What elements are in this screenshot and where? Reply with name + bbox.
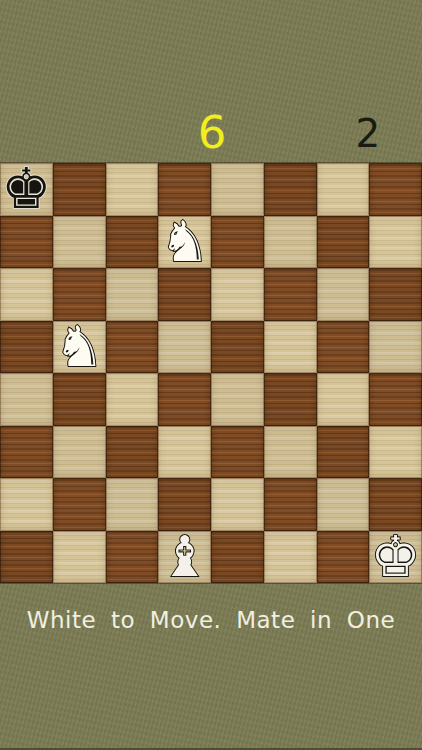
square-d2[interactable] [158, 478, 211, 531]
square-a7[interactable] [0, 216, 53, 269]
square-e6[interactable] [211, 268, 264, 321]
square-g8[interactable] [317, 163, 370, 216]
square-e3[interactable] [211, 426, 264, 479]
square-a2[interactable] [0, 478, 53, 531]
square-h5[interactable] [369, 321, 422, 374]
square-f6[interactable] [264, 268, 317, 321]
black-king[interactable]: ♚ [0, 163, 53, 216]
square-a1[interactable] [0, 531, 53, 584]
square-g4[interactable] [317, 373, 370, 426]
white-bishop[interactable]: ♝ [158, 531, 211, 584]
square-b8[interactable] [53, 163, 106, 216]
square-a3[interactable] [0, 426, 53, 479]
square-h8[interactable] [369, 163, 422, 216]
square-b2[interactable] [53, 478, 106, 531]
square-a4[interactable] [0, 373, 53, 426]
square-c5[interactable] [106, 321, 159, 374]
square-b1[interactable] [53, 531, 106, 584]
square-h4[interactable] [369, 373, 422, 426]
square-b5[interactable]: ♞ [53, 321, 106, 374]
square-d3[interactable] [158, 426, 211, 479]
square-e8[interactable] [211, 163, 264, 216]
square-e1[interactable] [211, 531, 264, 584]
chess-board: ♚♞♞♝♚ [0, 163, 422, 583]
status-text: White to Move. Mate in One [0, 605, 422, 635]
square-h2[interactable] [369, 478, 422, 531]
square-b6[interactable] [53, 268, 106, 321]
square-c6[interactable] [106, 268, 159, 321]
square-a8[interactable]: ♚ [0, 163, 53, 216]
square-d6[interactable] [158, 268, 211, 321]
square-f2[interactable] [264, 478, 317, 531]
square-e2[interactable] [211, 478, 264, 531]
square-d4[interactable] [158, 373, 211, 426]
white-knight[interactable]: ♞ [158, 216, 211, 269]
square-d5[interactable] [158, 321, 211, 374]
square-d7[interactable]: ♞ [158, 216, 211, 269]
square-c1[interactable] [106, 531, 159, 584]
black-counter: 2 [356, 114, 381, 153]
app-screen: 6 2 ♚♞♞♝♚ White to Move. Mate in One [0, 0, 422, 750]
square-f8[interactable] [264, 163, 317, 216]
square-f1[interactable] [264, 531, 317, 584]
square-c4[interactable] [106, 373, 159, 426]
square-h6[interactable] [369, 268, 422, 321]
square-g6[interactable] [317, 268, 370, 321]
square-g2[interactable] [317, 478, 370, 531]
square-e4[interactable] [211, 373, 264, 426]
square-h1[interactable]: ♚ [369, 531, 422, 584]
square-a6[interactable] [0, 268, 53, 321]
square-f3[interactable] [264, 426, 317, 479]
yellow-counter: 6 [198, 110, 227, 155]
white-king[interactable]: ♚ [369, 531, 422, 584]
square-f4[interactable] [264, 373, 317, 426]
square-b3[interactable] [53, 426, 106, 479]
square-h7[interactable] [369, 216, 422, 269]
square-c3[interactable] [106, 426, 159, 479]
square-b7[interactable] [53, 216, 106, 269]
square-d1[interactable]: ♝ [158, 531, 211, 584]
square-g1[interactable] [317, 531, 370, 584]
square-c7[interactable] [106, 216, 159, 269]
square-e7[interactable] [211, 216, 264, 269]
square-c8[interactable] [106, 163, 159, 216]
square-e5[interactable] [211, 321, 264, 374]
square-f5[interactable] [264, 321, 317, 374]
square-c2[interactable] [106, 478, 159, 531]
white-knight[interactable]: ♞ [53, 321, 106, 374]
square-g5[interactable] [317, 321, 370, 374]
square-h3[interactable] [369, 426, 422, 479]
square-a5[interactable] [0, 321, 53, 374]
square-d8[interactable] [158, 163, 211, 216]
square-g7[interactable] [317, 216, 370, 269]
square-b4[interactable] [53, 373, 106, 426]
square-f7[interactable] [264, 216, 317, 269]
square-g3[interactable] [317, 426, 370, 479]
